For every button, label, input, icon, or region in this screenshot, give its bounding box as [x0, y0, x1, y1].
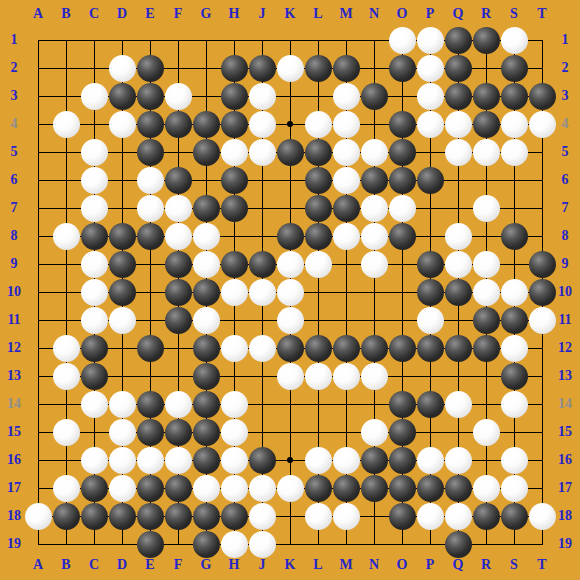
black-stone-T9: [529, 251, 556, 278]
coordinate-label-row: 15: [1, 423, 27, 441]
coordinate-label-row: 17: [552, 479, 578, 497]
white-stone-H12: [221, 335, 248, 362]
black-stone-D9: [109, 251, 136, 278]
black-stone-S2: [501, 55, 528, 82]
white-stone-D2: [109, 55, 136, 82]
coordinate-label-column: A: [28, 556, 48, 574]
coordinate-label-column: A: [28, 5, 48, 23]
black-stone-F4: [165, 111, 192, 138]
white-stone-R7: [473, 195, 500, 222]
white-stone-M18: [333, 503, 360, 530]
coordinate-label-row: 8: [552, 227, 578, 245]
white-stone-H19: [221, 531, 248, 558]
coordinate-label-row: 19: [1, 535, 27, 553]
white-stone-N8: [361, 223, 388, 250]
black-stone-G4: [193, 111, 220, 138]
white-stone-P4: [417, 111, 444, 138]
black-stone-O15: [389, 419, 416, 446]
white-stone-C11: [81, 307, 108, 334]
white-stone-D15: [109, 419, 136, 446]
black-stone-Q19: [445, 531, 472, 558]
coordinate-label-column: E: [140, 5, 160, 23]
white-stone-J5: [249, 139, 276, 166]
white-stone-B17: [53, 475, 80, 502]
black-stone-F15: [165, 419, 192, 446]
white-stone-O1: [389, 27, 416, 54]
black-stone-N3: [361, 83, 388, 110]
coordinate-label-column: B: [56, 5, 76, 23]
coordinate-label-row: 1: [552, 31, 578, 49]
white-stone-D4: [109, 111, 136, 138]
black-stone-L6: [305, 167, 332, 194]
coordinate-label-column: R: [476, 556, 496, 574]
white-stone-J12: [249, 335, 276, 362]
white-stone-D14: [109, 391, 136, 418]
white-stone-N5: [361, 139, 388, 166]
black-stone-F17: [165, 475, 192, 502]
black-stone-G18: [193, 503, 220, 530]
black-stone-L12: [305, 335, 332, 362]
white-stone-J3: [249, 83, 276, 110]
black-stone-G5: [193, 139, 220, 166]
white-stone-B12: [53, 335, 80, 362]
star-point-K16: [287, 457, 293, 463]
white-stone-G8: [193, 223, 220, 250]
black-stone-E4: [137, 111, 164, 138]
coordinate-label-column: G: [196, 556, 216, 574]
white-stone-C7: [81, 195, 108, 222]
white-stone-J18: [249, 503, 276, 530]
black-stone-O5: [389, 139, 416, 166]
black-stone-B18: [53, 503, 80, 530]
coordinate-label-column: N: [364, 556, 384, 574]
white-stone-M16: [333, 447, 360, 474]
white-stone-M13: [333, 363, 360, 390]
coordinate-label-row: 18: [1, 507, 27, 525]
black-stone-O12: [389, 335, 416, 362]
black-stone-O14: [389, 391, 416, 418]
coordinate-label-column: G: [196, 5, 216, 23]
coordinate-label-row: 17: [1, 479, 27, 497]
coordinate-label-row: 19: [552, 535, 578, 553]
black-stone-S13: [501, 363, 528, 390]
black-stone-O8: [389, 223, 416, 250]
coordinate-label-column: T: [532, 5, 552, 23]
white-stone-C14: [81, 391, 108, 418]
coordinate-label-row: 2: [1, 59, 27, 77]
black-stone-O4: [389, 111, 416, 138]
black-stone-L2: [305, 55, 332, 82]
coordinate-label-row: 2: [552, 59, 578, 77]
coordinate-label-row: 6: [1, 171, 27, 189]
black-stone-D10: [109, 279, 136, 306]
white-stone-G11: [193, 307, 220, 334]
black-stone-P6: [417, 167, 444, 194]
black-stone-K12: [277, 335, 304, 362]
black-stone-M17: [333, 475, 360, 502]
white-stone-L16: [305, 447, 332, 474]
coordinate-label-column: D: [112, 556, 132, 574]
white-stone-S12: [501, 335, 528, 362]
black-stone-Q10: [445, 279, 472, 306]
black-stone-G15: [193, 419, 220, 446]
white-stone-J19: [249, 531, 276, 558]
white-stone-M6: [333, 167, 360, 194]
black-stone-O17: [389, 475, 416, 502]
black-stone-R12: [473, 335, 500, 362]
white-stone-P11: [417, 307, 444, 334]
white-stone-D17: [109, 475, 136, 502]
white-stone-H17: [221, 475, 248, 502]
white-stone-K11: [277, 307, 304, 334]
black-stone-C17: [81, 475, 108, 502]
coordinate-label-column: M: [336, 5, 356, 23]
white-stone-L9: [305, 251, 332, 278]
coordinate-label-column: H: [224, 5, 244, 23]
black-stone-H6: [221, 167, 248, 194]
black-stone-N17: [361, 475, 388, 502]
coordinate-label-row: 16: [552, 451, 578, 469]
white-stone-F16: [165, 447, 192, 474]
coordinate-label-column: O: [392, 5, 412, 23]
black-stone-E3: [137, 83, 164, 110]
coordinate-label-column: Q: [448, 5, 468, 23]
black-stone-P14: [417, 391, 444, 418]
black-stone-G12: [193, 335, 220, 362]
black-stone-E14: [137, 391, 164, 418]
coordinate-label-row: 13: [1, 367, 27, 385]
black-stone-J2: [249, 55, 276, 82]
black-stone-M12: [333, 335, 360, 362]
coordinate-label-column: F: [168, 556, 188, 574]
white-stone-Q16: [445, 447, 472, 474]
black-stone-R1: [473, 27, 500, 54]
black-stone-O16: [389, 447, 416, 474]
white-stone-H15: [221, 419, 248, 446]
coordinate-label-column: P: [420, 5, 440, 23]
white-stone-E7: [137, 195, 164, 222]
white-stone-B15: [53, 419, 80, 446]
coordinate-label-column: J: [252, 5, 272, 23]
white-stone-K10: [277, 279, 304, 306]
black-stone-S8: [501, 223, 528, 250]
white-stone-M8: [333, 223, 360, 250]
black-stone-E17: [137, 475, 164, 502]
black-stone-E8: [137, 223, 164, 250]
white-stone-N9: [361, 251, 388, 278]
coordinate-label-column: Q: [448, 556, 468, 574]
black-stone-D18: [109, 503, 136, 530]
black-stone-G14: [193, 391, 220, 418]
white-stone-G9: [193, 251, 220, 278]
coordinate-label-row: 16: [1, 451, 27, 469]
coordinate-label-column: O: [392, 556, 412, 574]
coordinate-label-row: 15: [552, 423, 578, 441]
black-stone-K5: [277, 139, 304, 166]
black-stone-H2: [221, 55, 248, 82]
white-stone-D11: [109, 307, 136, 334]
white-stone-P18: [417, 503, 444, 530]
black-stone-Q1: [445, 27, 472, 54]
black-stone-F6: [165, 167, 192, 194]
white-stone-S16: [501, 447, 528, 474]
black-stone-H18: [221, 503, 248, 530]
black-stone-G7: [193, 195, 220, 222]
coordinate-label-row: 10: [1, 283, 27, 301]
white-stone-F14: [165, 391, 192, 418]
star-point-K4: [287, 121, 293, 127]
coordinate-label-column: F: [168, 5, 188, 23]
black-stone-C18: [81, 503, 108, 530]
coordinate-label-column: E: [140, 556, 160, 574]
black-stone-Q12: [445, 335, 472, 362]
white-stone-S14: [501, 391, 528, 418]
black-stone-T3: [529, 83, 556, 110]
white-stone-R9: [473, 251, 500, 278]
coordinate-label-row: 8: [1, 227, 27, 245]
black-stone-L17: [305, 475, 332, 502]
black-stone-G13: [193, 363, 220, 390]
white-stone-T4: [529, 111, 556, 138]
white-stone-C10: [81, 279, 108, 306]
white-stone-K17: [277, 475, 304, 502]
coordinate-label-row: 7: [552, 199, 578, 217]
coordinate-label-row: 5: [552, 143, 578, 161]
white-stone-H5: [221, 139, 248, 166]
white-stone-R15: [473, 419, 500, 446]
black-stone-S18: [501, 503, 528, 530]
black-stone-L5: [305, 139, 332, 166]
white-stone-O7: [389, 195, 416, 222]
coordinate-label-row: 12: [1, 339, 27, 357]
white-stone-L13: [305, 363, 332, 390]
black-stone-E5: [137, 139, 164, 166]
white-stone-R17: [473, 475, 500, 502]
coordinate-label-column: S: [504, 556, 524, 574]
black-stone-D8: [109, 223, 136, 250]
white-stone-N13: [361, 363, 388, 390]
black-stone-N12: [361, 335, 388, 362]
coordinate-label-column: C: [84, 556, 104, 574]
go-board[interactable]: AABBCCDDEEFFGGHHJJKKLLMMNNOOPPQQRRSSTT11…: [0, 0, 580, 580]
white-stone-N7: [361, 195, 388, 222]
white-stone-F7: [165, 195, 192, 222]
black-stone-G16: [193, 447, 220, 474]
white-stone-Q8: [445, 223, 472, 250]
coordinate-label-column: K: [280, 5, 300, 23]
black-stone-H3: [221, 83, 248, 110]
black-stone-F11: [165, 307, 192, 334]
coordinate-label-column: R: [476, 5, 496, 23]
white-stone-Q18: [445, 503, 472, 530]
white-stone-K2: [277, 55, 304, 82]
coordinate-label-row: 4: [1, 115, 27, 133]
white-stone-C5: [81, 139, 108, 166]
black-stone-J16: [249, 447, 276, 474]
black-stone-O18: [389, 503, 416, 530]
coordinate-label-row: 3: [1, 87, 27, 105]
black-stone-H4: [221, 111, 248, 138]
coordinate-label-column: M: [336, 556, 356, 574]
white-stone-F8: [165, 223, 192, 250]
coordinate-label-column: H: [224, 556, 244, 574]
black-stone-N16: [361, 447, 388, 474]
black-stone-P12: [417, 335, 444, 362]
black-stone-L8: [305, 223, 332, 250]
coordinate-label-column: L: [308, 5, 328, 23]
black-stone-S11: [501, 307, 528, 334]
black-stone-E15: [137, 419, 164, 446]
white-stone-C9: [81, 251, 108, 278]
black-stone-R18: [473, 503, 500, 530]
white-stone-Q4: [445, 111, 472, 138]
coordinate-label-row: 6: [552, 171, 578, 189]
white-stone-Q5: [445, 139, 472, 166]
white-stone-J17: [249, 475, 276, 502]
black-stone-M2: [333, 55, 360, 82]
white-stone-S10: [501, 279, 528, 306]
black-stone-M7: [333, 195, 360, 222]
white-stone-M5: [333, 139, 360, 166]
white-stone-H16: [221, 447, 248, 474]
black-stone-P9: [417, 251, 444, 278]
coordinate-label-column: K: [280, 556, 300, 574]
black-stone-E18: [137, 503, 164, 530]
coordinate-label-column: D: [112, 5, 132, 23]
coordinate-label-column: C: [84, 5, 104, 23]
coordinate-label-row: 13: [552, 367, 578, 385]
coordinate-label-row: 7: [1, 199, 27, 217]
white-stone-Q9: [445, 251, 472, 278]
coordinate-label-row: 9: [1, 255, 27, 273]
white-stone-B8: [53, 223, 80, 250]
coordinate-label-column: L: [308, 556, 328, 574]
white-stone-S5: [501, 139, 528, 166]
white-stone-S1: [501, 27, 528, 54]
white-stone-T11: [529, 307, 556, 334]
white-stone-N15: [361, 419, 388, 446]
white-stone-E6: [137, 167, 164, 194]
white-stone-K9: [277, 251, 304, 278]
white-stone-P16: [417, 447, 444, 474]
black-stone-H9: [221, 251, 248, 278]
black-stone-K8: [277, 223, 304, 250]
white-stone-C6: [81, 167, 108, 194]
white-stone-K13: [277, 363, 304, 390]
black-stone-L7: [305, 195, 332, 222]
black-stone-F9: [165, 251, 192, 278]
black-stone-H7: [221, 195, 248, 222]
black-stone-O6: [389, 167, 416, 194]
white-stone-M3: [333, 83, 360, 110]
black-stone-P10: [417, 279, 444, 306]
black-stone-S3: [501, 83, 528, 110]
black-stone-T10: [529, 279, 556, 306]
white-stone-G17: [193, 475, 220, 502]
white-stone-B13: [53, 363, 80, 390]
coordinate-label-row: 14: [1, 395, 27, 413]
black-stone-F10: [165, 279, 192, 306]
black-stone-Q3: [445, 83, 472, 110]
coordinate-label-column: S: [504, 5, 524, 23]
white-stone-D16: [109, 447, 136, 474]
white-stone-R10: [473, 279, 500, 306]
coordinate-label-column: J: [252, 556, 272, 574]
coordinate-label-column: N: [364, 5, 384, 23]
black-stone-Q17: [445, 475, 472, 502]
white-stone-C16: [81, 447, 108, 474]
coordinate-label-column: T: [532, 556, 552, 574]
white-stone-P2: [417, 55, 444, 82]
black-stone-E2: [137, 55, 164, 82]
white-stone-H14: [221, 391, 248, 418]
coordinate-label-column: P: [420, 556, 440, 574]
white-stone-B4: [53, 111, 80, 138]
white-stone-H10: [221, 279, 248, 306]
white-stone-J4: [249, 111, 276, 138]
white-stone-Q14: [445, 391, 472, 418]
coordinate-label-row: 14: [552, 395, 578, 413]
black-stone-Q2: [445, 55, 472, 82]
coordinate-label-row: 11: [1, 311, 27, 329]
black-stone-C8: [81, 223, 108, 250]
black-stone-R4: [473, 111, 500, 138]
white-stone-J10: [249, 279, 276, 306]
white-stone-M4: [333, 111, 360, 138]
black-stone-G10: [193, 279, 220, 306]
black-stone-D3: [109, 83, 136, 110]
black-stone-F18: [165, 503, 192, 530]
coordinate-label-column: B: [56, 556, 76, 574]
black-stone-P17: [417, 475, 444, 502]
white-stone-P1: [417, 27, 444, 54]
coordinate-label-row: 1: [1, 31, 27, 49]
black-stone-R11: [473, 307, 500, 334]
white-stone-L4: [305, 111, 332, 138]
coordinate-label-row: 5: [1, 143, 27, 161]
black-stone-E19: [137, 531, 164, 558]
white-stone-E16: [137, 447, 164, 474]
white-stone-R5: [473, 139, 500, 166]
white-stone-A18: [25, 503, 52, 530]
white-stone-C3: [81, 83, 108, 110]
black-stone-N6: [361, 167, 388, 194]
black-stone-E12: [137, 335, 164, 362]
black-stone-C12: [81, 335, 108, 362]
black-stone-C13: [81, 363, 108, 390]
white-stone-S17: [501, 475, 528, 502]
black-stone-O2: [389, 55, 416, 82]
white-stone-S4: [501, 111, 528, 138]
white-stone-L18: [305, 503, 332, 530]
black-stone-R3: [473, 83, 500, 110]
white-stone-P3: [417, 83, 444, 110]
coordinate-label-row: 12: [552, 339, 578, 357]
black-stone-G19: [193, 531, 220, 558]
black-stone-J9: [249, 251, 276, 278]
white-stone-T18: [529, 503, 556, 530]
white-stone-F3: [165, 83, 192, 110]
